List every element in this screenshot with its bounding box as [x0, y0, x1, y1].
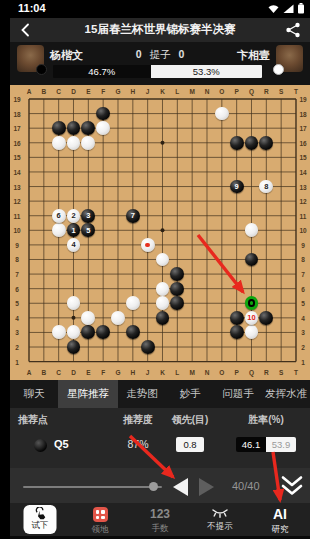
stone-black-Q8[interactable] [245, 253, 259, 267]
row-label-right-14: 14 [299, 168, 306, 175]
tab-5[interactable]: 发挥水准 [262, 380, 310, 408]
row-stone-icon [34, 439, 47, 452]
prev-move-button[interactable] [173, 478, 188, 496]
white-win-rate: 53.3% [151, 65, 262, 78]
col-label-bottom-D: D [71, 369, 76, 376]
wifi-icon [268, 4, 279, 14]
col-label-bottom-B: B [41, 369, 46, 376]
row-label-right-10: 10 [299, 227, 306, 234]
captures-label: 提子 [150, 48, 171, 60]
page-title: 15届春兰杯世界锦标赛半决赛 [10, 22, 310, 37]
move-counter: 40/40 [232, 480, 260, 492]
row-label-left-18: 18 [13, 110, 20, 117]
row-label-left-12: 12 [13, 198, 20, 205]
row-label-left-5: 5 [15, 300, 19, 307]
col-label-bottom-C: C [56, 369, 61, 376]
stone-black-F3[interactable] [96, 325, 110, 339]
eye-closed-icon [211, 507, 229, 519]
col-label-bottom-K: K [160, 369, 165, 376]
stone-white-R13[interactable]: 8 [259, 180, 273, 194]
stone-white-D3[interactable] [67, 325, 81, 339]
col-label-top-F: F [101, 88, 105, 95]
title-bar: 15届春兰杯世界锦标赛半决赛 [10, 18, 310, 42]
row-label-left-15: 15 [13, 154, 20, 161]
col-label-bottom-N: N [205, 369, 210, 376]
col-label-bottom-Q: Q [249, 369, 254, 376]
row-label-left-16: 16 [13, 139, 20, 146]
row-label-left-4: 4 [15, 314, 19, 321]
stone-black-Q16[interactable] [245, 136, 259, 150]
black-captures: 0 [128, 48, 150, 60]
collapse-icon[interactable] [280, 475, 304, 497]
row-label-left-2: 2 [15, 344, 19, 351]
tab-4[interactable]: 问题手 [214, 380, 262, 408]
stone-grid: 12345678910 [22, 92, 304, 369]
col-label-bottom-O: O [219, 369, 224, 376]
row-label-left-10: 10 [13, 227, 20, 234]
col-label-top-E: E [86, 88, 90, 95]
col-label-bottom-J: J [146, 369, 150, 376]
row-label-right-11: 11 [300, 212, 307, 219]
white-stone-badge [273, 64, 284, 75]
clock: 11:04 [18, 2, 46, 14]
row-label-right-8: 8 [301, 256, 305, 263]
stone-white-C16[interactable] [52, 136, 66, 150]
signal-icon [283, 4, 294, 14]
col-label-top-S: S [279, 88, 283, 95]
header-lead: 领先(目) [172, 413, 209, 427]
move-number-8: 8 [264, 183, 268, 191]
stone-white-D5[interactable] [67, 296, 81, 310]
stone-black-C17[interactable] [52, 121, 66, 135]
stone-black-R4[interactable] [259, 311, 273, 325]
row-label-right-1: 1 [301, 358, 305, 365]
header-score: 推荐度 [123, 413, 153, 427]
col-label-bottom-H: H [130, 369, 135, 376]
battery-icon [298, 3, 304, 14]
white-captures: 0 [171, 48, 193, 60]
row-label-left-9: 9 [15, 241, 19, 248]
stone-white-D9[interactable]: 4 [67, 238, 81, 252]
move-slider-thumb[interactable] [149, 482, 158, 491]
stone-white-F17[interactable] [96, 121, 110, 135]
row-label-left-17: 17 [13, 125, 20, 132]
stone-white-J9[interactable] [141, 238, 155, 252]
stone-black-H11[interactable]: 7 [126, 209, 140, 223]
row-label-left-1: 1 [15, 358, 19, 365]
status-icons [268, 3, 304, 14]
move-number-10: 10 [247, 314, 255, 322]
stone-black-R16[interactable] [259, 136, 273, 150]
col-label-top-D: D [71, 88, 76, 95]
row-label-left-7: 7 [15, 271, 19, 278]
row-label-right-12: 12 [299, 198, 306, 205]
row-label-right-9: 9 [301, 241, 305, 248]
col-label-bottom-F: F [101, 369, 105, 376]
col-label-top-B: B [41, 88, 46, 95]
col-label-top-Q: Q [249, 88, 254, 95]
stone-white-K8[interactable] [156, 253, 170, 267]
row-label-left-14: 14 [13, 168, 20, 175]
no-hint-label: 不提示 [207, 521, 233, 533]
lead-value: 0.8 [176, 437, 204, 452]
row-label-right-17: 17 [299, 125, 306, 132]
move-number-2: 2 [71, 212, 75, 220]
stone-black-P16[interactable] [230, 136, 244, 150]
black-win-rate: 46.7% [53, 65, 151, 78]
territory-tool[interactable]: 领地 [70, 503, 130, 536]
tap-icon [34, 507, 47, 520]
stone-black-P13[interactable]: 9 [230, 180, 244, 194]
tab-2[interactable]: 走势图 [118, 380, 166, 408]
no-hint-tool[interactable]: 不提示 [190, 503, 250, 536]
col-label-bottom-G: G [115, 369, 120, 376]
tab-bar: 聊天星阵推荐走势图妙手问题手发挥水准 [10, 380, 310, 408]
ai-research-tool[interactable]: AI 研究 [250, 503, 310, 536]
stone-white-O18[interactable] [215, 107, 229, 121]
col-label-top-P: P [234, 88, 238, 95]
stone-white-Q4[interactable]: 10 [245, 311, 259, 325]
move-number-1: 1 [71, 227, 75, 235]
win-rate-bar: 46.7% 53.3% [53, 65, 262, 78]
next-move-button[interactable] [199, 478, 214, 496]
row-label-right-5: 5 [301, 300, 305, 307]
go-board[interactable]: 12345678910 AABBCCDDEEFFGGHHJJKKLLMMNNOO… [10, 85, 310, 380]
row-label-right-15: 15 [299, 154, 306, 161]
go-analysis-app: 11:04 15届春兰杯世界锦标赛半决赛 杨楷文 卞相壹 0提子0 46.7% [10, 0, 310, 539]
stone-black-E17[interactable] [81, 121, 95, 135]
move-number-3: 3 [86, 212, 90, 220]
score-value: 87% [127, 438, 148, 450]
stone-white-G4[interactable] [111, 311, 125, 325]
stone-black-H3[interactable] [126, 325, 140, 339]
col-label-top-M: M [189, 88, 194, 95]
try-move-tool[interactable]: 试下 [10, 503, 70, 536]
row-label-left-13: 13 [13, 183, 20, 190]
col-label-top-T: T [294, 88, 298, 95]
stone-black-K4[interactable] [156, 311, 170, 325]
col-label-bottom-T: T [294, 369, 298, 376]
territory-grid-icon [93, 507, 108, 522]
stone-black-L5[interactable] [170, 296, 184, 310]
row-label-right-13: 13 [299, 183, 306, 190]
black-stone-badge [36, 64, 47, 75]
move-number-6: 6 [57, 212, 61, 220]
row-label-right-7: 7 [301, 271, 305, 278]
stone-black-D17[interactable] [67, 121, 81, 135]
move-number-5: 5 [86, 227, 90, 235]
stone-white-E16[interactable] [81, 136, 95, 150]
col-label-bottom-S: S [279, 369, 283, 376]
move-number-4: 4 [71, 241, 75, 249]
row-label-left-11: 11 [14, 212, 21, 219]
stone-black-L6[interactable] [170, 282, 184, 296]
ai-research-label: 研究 [272, 524, 289, 536]
row-label-left-3: 3 [15, 329, 19, 336]
stone-black-D2[interactable] [67, 340, 81, 354]
stone-black-F18[interactable] [96, 107, 110, 121]
captures-counter: 0提子0 [10, 48, 310, 62]
moves-label: 手数 [152, 523, 169, 535]
row-label-right-4: 4 [301, 314, 305, 321]
row-label-left-8: 8 [15, 256, 19, 263]
stone-white-D16[interactable] [67, 136, 81, 150]
col-label-bottom-A: A [27, 369, 32, 376]
header-point: 推荐点 [18, 413, 48, 427]
stone-black-P4[interactable] [230, 311, 244, 325]
tab-0[interactable]: 聊天 [10, 380, 58, 408]
try-move-button[interactable]: 试下 [24, 505, 57, 534]
stone-black-E3[interactable] [81, 325, 95, 339]
stone-black-D10[interactable]: 1 [67, 223, 81, 237]
row-label-right-3: 3 [301, 329, 305, 336]
stone-black-J2[interactable] [141, 340, 155, 354]
row-label-left-19: 19 [13, 96, 20, 103]
col-label-bottom-E: E [86, 369, 90, 376]
col-label-top-K: K [160, 88, 165, 95]
col-label-top-C: C [56, 88, 61, 95]
col-label-top-G: G [115, 88, 120, 95]
win-black-value: 46.1 [236, 437, 266, 452]
row-label-right-6: 6 [301, 285, 305, 292]
row-label-right-19: 19 [299, 96, 306, 103]
status-bar: 11:04 [10, 0, 310, 18]
col-label-top-R: R [264, 88, 269, 95]
player-bar: 杨楷文 卞相壹 0提子0 46.7% 53.3% [10, 42, 310, 85]
share-icon[interactable] [285, 22, 301, 38]
tab-1[interactable]: 星阵推荐 [58, 380, 118, 408]
recommended-point-marker-Q5[interactable] [245, 296, 259, 310]
stone-black-L7[interactable] [170, 267, 184, 281]
col-label-top-O: O [219, 88, 224, 95]
recommended-point-label[interactable]: Q5 [54, 438, 69, 450]
col-label-bottom-P: P [234, 369, 238, 376]
col-label-top-J: J [146, 88, 150, 95]
row-label-left-6: 6 [15, 285, 19, 292]
move-number-7: 7 [131, 212, 135, 220]
col-label-bottom-M: M [189, 369, 194, 376]
last-move-dot [145, 243, 150, 248]
move-number-9: 9 [235, 183, 239, 191]
recommendation-ring [248, 299, 256, 307]
stone-white-Q10[interactable] [245, 223, 259, 237]
stone-white-K5[interactable] [156, 296, 170, 310]
stone-white-H5[interactable] [126, 296, 140, 310]
stone-white-K6[interactable] [156, 282, 170, 296]
col-label-bottom-L: L [175, 369, 179, 376]
ai-icon: AI [273, 507, 287, 522]
col-label-top-A: A [27, 88, 32, 95]
stone-white-D11[interactable]: 2 [67, 209, 81, 223]
territory-label: 领地 [92, 524, 109, 536]
try-move-label: 试下 [32, 520, 49, 532]
stone-white-Q3[interactable] [245, 325, 259, 339]
row-label-right-18: 18 [299, 110, 306, 117]
header-winrate: 胜率(%) [248, 413, 284, 427]
stone-white-C3[interactable] [52, 325, 66, 339]
tab-3[interactable]: 妙手 [166, 380, 214, 408]
win-white-value: 53.9 [266, 437, 296, 452]
row-label-right-16: 16 [299, 139, 306, 146]
stone-white-C11[interactable]: 6 [52, 209, 66, 223]
col-label-bottom-R: R [264, 369, 269, 376]
moves-123-icon: 123 [150, 507, 170, 521]
stone-white-E4[interactable] [81, 311, 95, 325]
stone-white-C10[interactable] [52, 223, 66, 237]
bottom-toolbar: 试下 领地 123 手数 不提示 AI 研究 [10, 503, 310, 536]
col-label-top-H: H [130, 88, 135, 95]
stone-black-P3[interactable] [230, 325, 244, 339]
col-label-top-N: N [205, 88, 210, 95]
col-label-top-L: L [175, 88, 179, 95]
stone-black-E11[interactable]: 3 [81, 209, 95, 223]
stone-black-E10[interactable]: 5 [81, 223, 95, 237]
move-numbers-tool[interactable]: 123 手数 [130, 503, 190, 536]
move-slider-track[interactable] [23, 486, 162, 488]
analysis-panel: 推荐点 推荐度 领先(目) 胜率(%) Q5 87% 0.8 46.1 53.9 [10, 408, 310, 468]
row-label-right-2: 2 [301, 344, 305, 351]
